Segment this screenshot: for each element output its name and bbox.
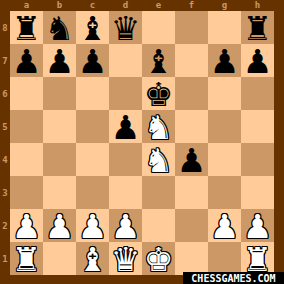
square-g2: ♟ [208, 209, 241, 242]
square-d7 [109, 44, 142, 77]
square-e4: ♞ [142, 143, 175, 176]
square-e6: ♚ [142, 77, 175, 110]
square-g3 [208, 176, 241, 209]
square-a8: ♜ [10, 11, 43, 44]
white-pawn: ♟ [12, 210, 42, 243]
rank-label-4: 4 [0, 143, 10, 176]
white-knight: ♞ [144, 111, 174, 144]
square-h8: ♜ [241, 11, 274, 44]
square-h6 [241, 77, 274, 110]
square-d5: ♟ [109, 110, 142, 143]
chess-diagram: abcdefgh 87654321 ♜♞♝♛♜♟♟♟♝♟♟♚♟♞♞♟♟♟♟♟♟♟… [0, 0, 284, 284]
square-c6 [76, 77, 109, 110]
board: ♜♞♝♛♜♟♟♟♝♟♟♚♟♞♞♟♟♟♟♟♟♟♜♝♛♚♜ [10, 11, 274, 275]
square-e1: ♚ [142, 242, 175, 275]
square-e2 [142, 209, 175, 242]
square-f4: ♟ [175, 143, 208, 176]
square-e8 [142, 11, 175, 44]
square-a3 [10, 176, 43, 209]
white-pawn: ♟ [78, 210, 108, 243]
square-g8 [208, 11, 241, 44]
square-d3 [109, 176, 142, 209]
white-bishop: ♝ [78, 243, 108, 276]
black-pawn: ♟ [210, 45, 240, 78]
square-g6 [208, 77, 241, 110]
square-h2: ♟ [241, 209, 274, 242]
square-b1 [43, 242, 76, 275]
black-pawn: ♟ [78, 45, 108, 78]
square-f3 [175, 176, 208, 209]
square-h4 [241, 143, 274, 176]
white-knight: ♞ [144, 144, 174, 177]
square-c4 [76, 143, 109, 176]
square-g1 [208, 242, 241, 275]
square-d6 [109, 77, 142, 110]
rank-label-6: 6 [0, 77, 10, 110]
square-c2: ♟ [76, 209, 109, 242]
square-e7: ♝ [142, 44, 175, 77]
square-c1: ♝ [76, 242, 109, 275]
rank-label-7: 7 [0, 44, 10, 77]
black-knight: ♞ [45, 12, 75, 45]
square-a1: ♜ [10, 242, 43, 275]
square-b8: ♞ [43, 11, 76, 44]
rank-label-5: 5 [0, 110, 10, 143]
square-e3 [142, 176, 175, 209]
square-b7: ♟ [43, 44, 76, 77]
white-pawn: ♟ [111, 210, 141, 243]
rank-label-1: 1 [0, 242, 10, 275]
black-pawn: ♟ [177, 144, 207, 177]
square-b6 [43, 77, 76, 110]
black-rook: ♜ [243, 12, 273, 45]
square-h3 [241, 176, 274, 209]
square-f6 [175, 77, 208, 110]
square-g5 [208, 110, 241, 143]
square-a4 [10, 143, 43, 176]
rank-label-8: 8 [0, 11, 10, 44]
white-king: ♚ [144, 243, 174, 276]
square-b3 [43, 176, 76, 209]
square-a6 [10, 77, 43, 110]
square-h7: ♟ [241, 44, 274, 77]
black-pawn: ♟ [45, 45, 75, 78]
square-d4 [109, 143, 142, 176]
square-a7: ♟ [10, 44, 43, 77]
square-b4 [43, 143, 76, 176]
square-c8: ♝ [76, 11, 109, 44]
white-queen: ♛ [111, 243, 141, 276]
black-bishop: ♝ [144, 45, 174, 78]
square-b5 [43, 110, 76, 143]
black-bishop: ♝ [78, 12, 108, 45]
square-f2 [175, 209, 208, 242]
square-f7 [175, 44, 208, 77]
square-f5 [175, 110, 208, 143]
file-label-e: e [142, 0, 175, 11]
brand-badge: CHESSGAMES.COM [183, 272, 284, 284]
square-e5: ♞ [142, 110, 175, 143]
white-rook: ♜ [12, 243, 42, 276]
rank-labels: 87654321 [0, 11, 10, 275]
square-f8 [175, 11, 208, 44]
square-a5 [10, 110, 43, 143]
square-a2: ♟ [10, 209, 43, 242]
square-f1 [175, 242, 208, 275]
square-h5 [241, 110, 274, 143]
rank-label-2: 2 [0, 209, 10, 242]
square-g4 [208, 143, 241, 176]
square-b2: ♟ [43, 209, 76, 242]
file-label-f: f [175, 0, 208, 11]
black-rook: ♜ [12, 12, 42, 45]
black-king: ♚ [144, 78, 174, 111]
square-d2: ♟ [109, 209, 142, 242]
white-pawn: ♟ [243, 210, 273, 243]
black-pawn: ♟ [111, 111, 141, 144]
square-c7: ♟ [76, 44, 109, 77]
white-pawn: ♟ [45, 210, 75, 243]
file-label-g: g [208, 0, 241, 11]
square-g7: ♟ [208, 44, 241, 77]
rank-label-3: 3 [0, 176, 10, 209]
square-c5 [76, 110, 109, 143]
square-h1: ♜ [241, 242, 274, 275]
white-pawn: ♟ [210, 210, 240, 243]
black-pawn: ♟ [12, 45, 42, 78]
square-c3 [76, 176, 109, 209]
square-d1: ♛ [109, 242, 142, 275]
square-d8: ♛ [109, 11, 142, 44]
black-queen: ♛ [111, 12, 141, 45]
black-pawn: ♟ [243, 45, 273, 78]
